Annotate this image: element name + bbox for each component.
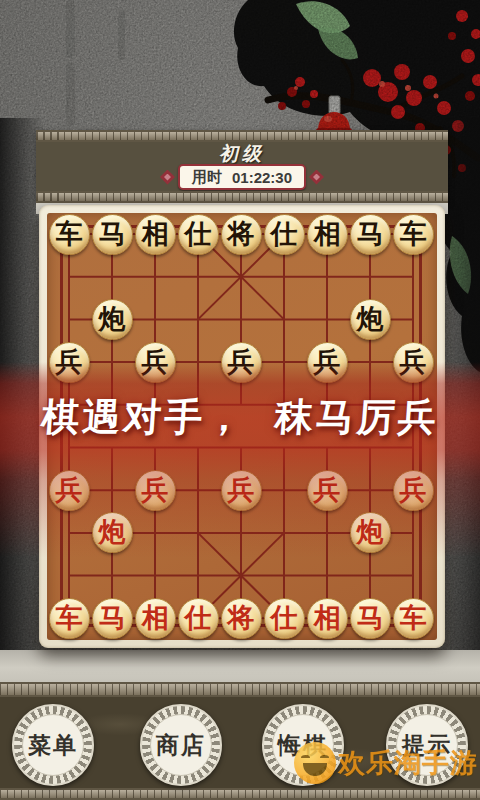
timer-ornament-left-icon (160, 170, 175, 185)
piece-red-general[interactable]: 将 (221, 598, 262, 639)
piece-black-horse[interactable]: 马 (350, 214, 391, 255)
bottom-edge-meander-border (0, 788, 480, 800)
header-bottom-meander-border (36, 191, 448, 203)
piece-red-chariot[interactable]: 车 (393, 598, 434, 639)
piece-black-elephant[interactable]: 相 (135, 214, 176, 255)
slogan-text: 棋遇对手， 秣马厉兵 (0, 392, 480, 443)
menu-button[interactable]: 菜单 (12, 704, 94, 786)
timer-display: 用时 01:22:30 (178, 164, 306, 190)
timer-row: 用时 01:22:30 (36, 164, 448, 190)
piece-black-chariot[interactable]: 车 (393, 214, 434, 255)
menu-button-label: 菜单 (28, 730, 78, 761)
piece-black-advisor[interactable]: 仕 (264, 214, 305, 255)
smiley-face-icon (294, 742, 336, 784)
piece-black-cannon[interactable]: 炮 (92, 299, 133, 340)
piece-black-chariot[interactable]: 车 (49, 214, 90, 255)
shop-button[interactable]: 商店 (140, 704, 222, 786)
piece-black-elephant[interactable]: 相 (307, 214, 348, 255)
piece-red-chariot[interactable]: 车 (49, 598, 90, 639)
piece-black-horse[interactable]: 马 (92, 214, 133, 255)
bottom-top-meander-border (0, 682, 480, 697)
timer-value: 01:22:30 (232, 169, 292, 186)
timer-ornament-right-icon (309, 170, 324, 185)
slogan-banner: 棋遇对手， 秣马厉兵 (0, 362, 480, 558)
watermark: 欢乐淘手游 (294, 742, 478, 784)
timer-label: 用时 (192, 168, 222, 187)
header-panel: 初级 用时 01:22:30 (36, 130, 448, 203)
piece-red-advisor[interactable]: 仕 (264, 598, 305, 639)
piece-black-cannon[interactable]: 炮 (350, 299, 391, 340)
watermark-text: 欢乐淘手游 (338, 745, 478, 781)
piece-black-advisor[interactable]: 仕 (178, 214, 219, 255)
board-backdrop-bottom (0, 650, 480, 682)
game-screen: 初级 用时 01:22:30 (0, 0, 480, 800)
piece-red-elephant[interactable]: 相 (135, 598, 176, 639)
piece-red-advisor[interactable]: 仕 (178, 598, 219, 639)
piece-red-elephant[interactable]: 相 (307, 598, 348, 639)
piece-red-horse[interactable]: 马 (92, 598, 133, 639)
piece-red-horse[interactable]: 马 (350, 598, 391, 639)
piece-black-general[interactable]: 将 (221, 214, 262, 255)
lantern (316, 96, 352, 134)
shop-button-label: 商店 (156, 730, 206, 761)
